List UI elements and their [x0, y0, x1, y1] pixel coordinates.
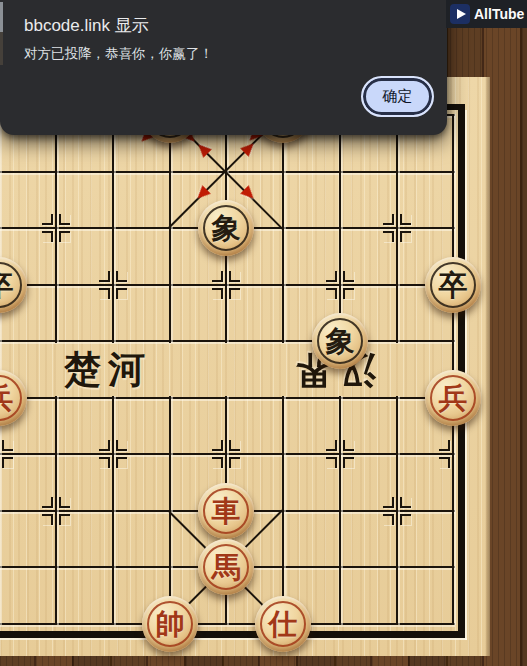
- browser-toolbar: AllTube D: [446, 0, 527, 28]
- window-edge-sliver: [0, 2, 3, 32]
- position-marker: [0, 440, 13, 468]
- piece-black-soldier[interactable]: 卒: [425, 257, 481, 313]
- piece-red-horse[interactable]: 馬: [198, 539, 254, 595]
- position-marker: [212, 440, 240, 468]
- position-marker: [212, 271, 240, 299]
- position-marker: [439, 440, 467, 468]
- position-marker: [326, 440, 354, 468]
- xiangqi-board[interactable]: 楚河 汉界 象 卒 卒 象 兵 兵 車 馬 帥 仕: [0, 77, 490, 656]
- piece-black-soldier[interactable]: 卒: [0, 257, 27, 313]
- dialog-title: bbcode.link 显示: [24, 16, 149, 36]
- position-marker: [383, 214, 411, 242]
- window-edge-sliver: [0, 32, 3, 65]
- alltube-extension-label: AllTube D: [474, 6, 527, 22]
- screen: 楚河 汉界 象 卒 卒 象 兵 兵 車 馬 帥 仕: [0, 0, 527, 666]
- piece-red-general[interactable]: 帥: [142, 596, 198, 652]
- piece-red-chariot[interactable]: 車: [198, 483, 254, 539]
- position-marker: [326, 271, 354, 299]
- position-marker: [99, 271, 127, 299]
- javascript-alert-dialog: bbcode.link 显示 对方已投降，恭喜你，你赢了！ 确定: [0, 0, 447, 135]
- dialog-message: 对方已投降，恭喜你，你赢了！: [24, 45, 213, 62]
- position-marker: [383, 497, 411, 525]
- position-marker: [42, 497, 70, 525]
- river-label-left: 楚河: [64, 351, 152, 388]
- piece-black-elephant[interactable]: 象: [198, 200, 254, 256]
- piece-red-soldier[interactable]: 兵: [425, 370, 481, 426]
- play-icon: [457, 9, 466, 19]
- board-frame-bottom: [0, 631, 465, 638]
- piece-red-advisor[interactable]: 仕: [255, 596, 311, 652]
- piece-black-elephant[interactable]: 象: [312, 313, 368, 369]
- position-marker: [42, 214, 70, 242]
- piece-red-soldier[interactable]: 兵: [0, 370, 27, 426]
- confirm-button[interactable]: 确定: [361, 76, 434, 117]
- alltube-extension-icon[interactable]: [450, 4, 470, 24]
- position-marker: [99, 440, 127, 468]
